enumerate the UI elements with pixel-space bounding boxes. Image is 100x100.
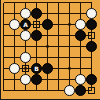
white-stone [86, 8, 97, 19]
square-point-marker [22, 65, 29, 72]
black-stone [42, 19, 53, 30]
white-stone [75, 74, 86, 85]
black-stone [86, 74, 97, 85]
white-stone [20, 52, 31, 63]
hoshi-star-point [68, 23, 71, 26]
black-stone [86, 19, 97, 30]
white-stone [20, 74, 31, 85]
black-stone [31, 30, 42, 41]
black-stone [75, 30, 86, 41]
hoshi-star-point [68, 67, 71, 70]
white-stone [20, 30, 31, 41]
white-stone [9, 19, 20, 30]
square-point-marker [33, 21, 40, 28]
square-point-marker [88, 87, 95, 94]
black-stone [31, 74, 42, 85]
black-stone: A [20, 19, 31, 30]
grid-line-vertical [69, 3, 70, 91]
white-stone [9, 63, 20, 74]
hoshi-star-point [46, 45, 49, 48]
black-stone [42, 63, 53, 74]
white-stone [75, 19, 86, 30]
square-point-marker [88, 32, 95, 39]
stone-label: B [34, 66, 39, 72]
white-stone [20, 8, 31, 19]
grid-line-vertical [58, 3, 59, 91]
black-stone [86, 41, 97, 52]
go-board[interactable]: AB [0, 0, 100, 100]
white-stone [64, 85, 75, 96]
stone-label: A [23, 22, 28, 28]
black-stone [75, 85, 86, 96]
black-stone [31, 8, 42, 19]
grid-line-horizontal [4, 57, 92, 58]
image-edge-frame [0, 0, 100, 100]
black-stone: B [31, 63, 42, 74]
